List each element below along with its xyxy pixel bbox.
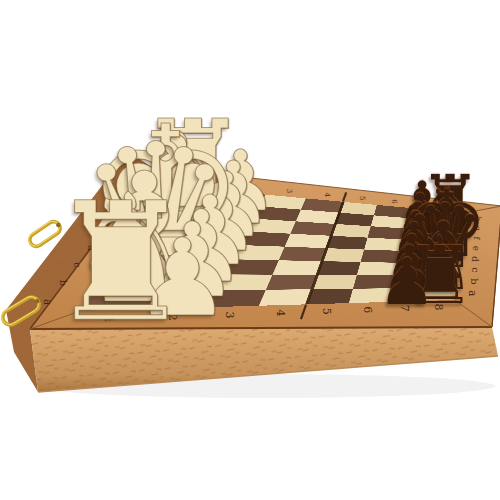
chess-set-photo: 1234567812345678abcdefghabcdefgh ♜♞♝♛♚♝♞…	[0, 0, 500, 500]
square-c4[interactable]	[272, 260, 321, 275]
piece-black-pawn-a7[interactable]: ♟	[378, 249, 436, 313]
coord-back-4: 4	[323, 193, 331, 198]
piece-white-rook-a1[interactable]: ♜	[48, 181, 195, 345]
square-b5[interactable]	[312, 275, 357, 289]
square-a5[interactable]	[306, 289, 353, 305]
coord-front-5: 5	[320, 308, 333, 315]
square-b4[interactable]	[266, 275, 317, 290]
square-d5[interactable]	[322, 248, 365, 262]
square-c5[interactable]	[317, 261, 361, 275]
square-d4[interactable]	[279, 247, 327, 262]
coord-back-5: 5	[358, 196, 366, 200]
coord-front-6: 6	[361, 306, 374, 313]
coord-back-3: 3	[285, 189, 293, 193]
coord-front-4: 4	[274, 310, 287, 317]
